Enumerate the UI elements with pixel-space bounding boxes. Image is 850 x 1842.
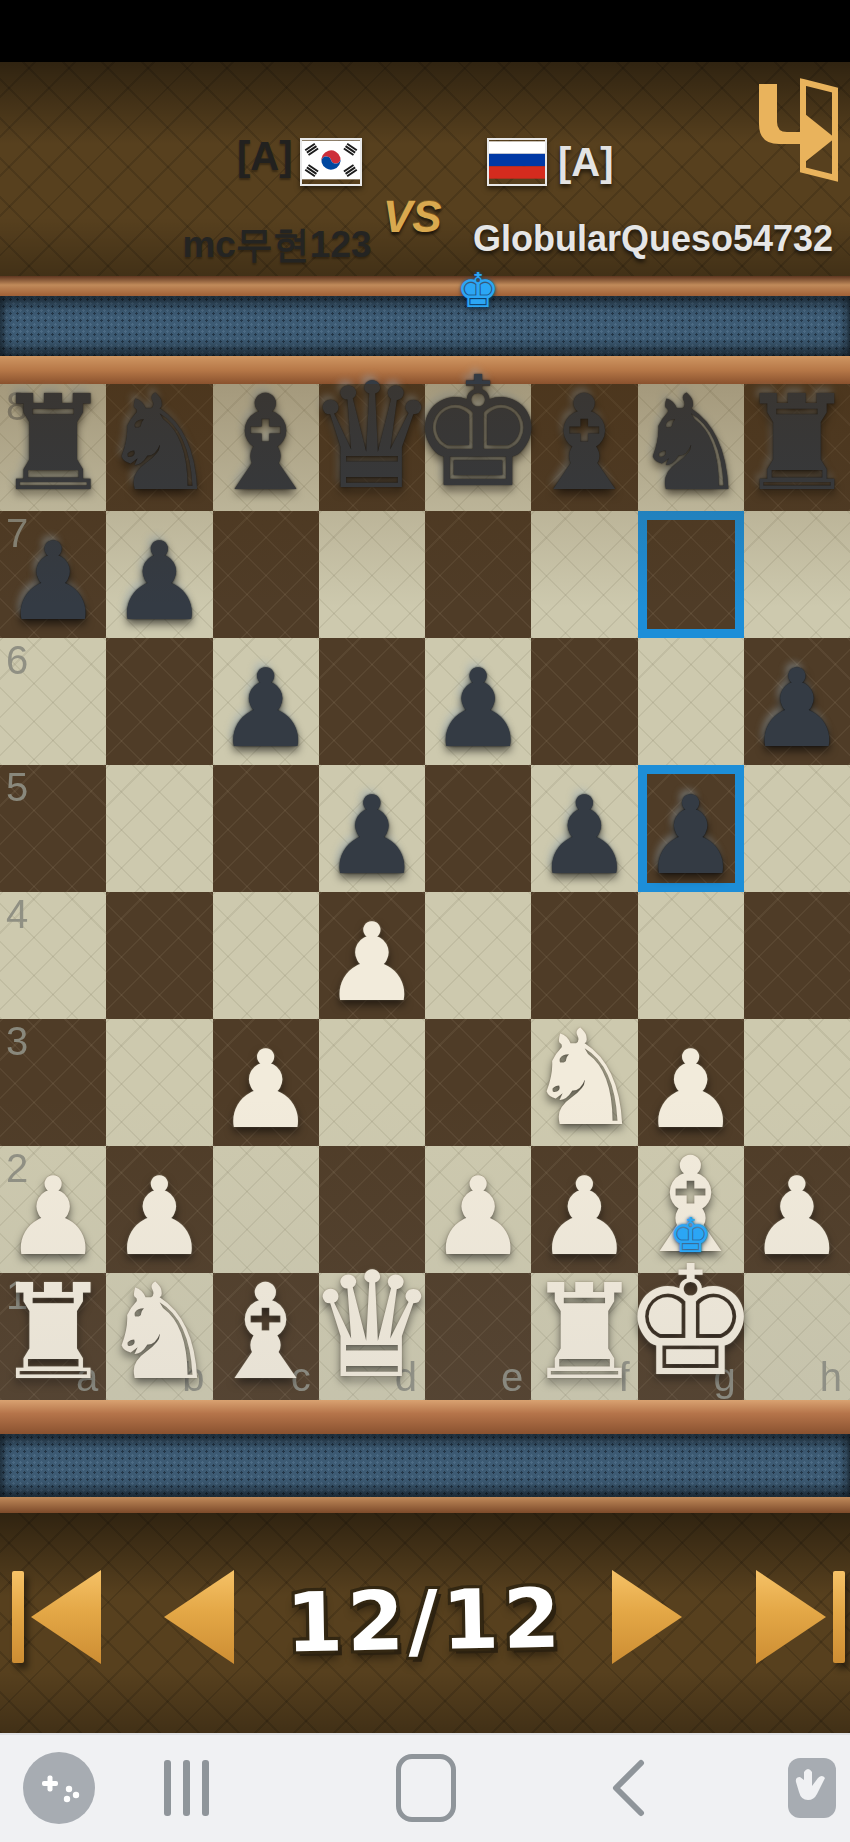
black-pawn[interactable]: ♟ <box>642 782 739 890</box>
white-pawn[interactable]: ♟ <box>748 1163 845 1271</box>
file-label-e: e <box>501 1355 523 1400</box>
white-king[interactable]: ♚ <box>622 1246 758 1398</box>
square-c2[interactable] <box>213 1146 319 1273</box>
wood-frame-top <box>0 276 850 296</box>
black-pawn[interactable]: ♟ <box>430 655 527 763</box>
black-rook[interactable]: ♜ <box>738 377 850 509</box>
last-move-button[interactable] <box>756 1570 845 1664</box>
left-player-name: mc무현123 <box>127 220 427 270</box>
move-counter: 12/12 <box>0 1566 850 1676</box>
square-h7[interactable] <box>744 511 850 638</box>
square-g8[interactable]: ♞ <box>638 384 744 511</box>
back-icon[interactable] <box>608 1733 648 1842</box>
square-c1[interactable]: c♝ <box>213 1273 319 1400</box>
king-marker-e8: ♚ <box>457 266 500 314</box>
square-g4[interactable] <box>638 892 744 1019</box>
square-b4[interactable] <box>106 892 212 1019</box>
square-c5[interactable] <box>213 765 319 892</box>
square-g5[interactable]: ♟ <box>638 765 744 892</box>
square-a8[interactable]: 8♜ <box>0 384 106 511</box>
russia-flag-icon <box>487 138 547 186</box>
wood-frame-bottom <box>0 1497 850 1513</box>
last-move-triangle-icon <box>756 1570 826 1664</box>
rank-label-3: 3 <box>6 1019 28 1064</box>
rank-label-6: 6 <box>6 638 28 683</box>
black-bishop[interactable]: ♝ <box>525 377 643 509</box>
square-f6[interactable] <box>531 638 637 765</box>
rank-label-5: 5 <box>6 765 28 810</box>
left-player-tag: [A] <box>237 134 293 179</box>
square-e2[interactable]: ♟ <box>425 1146 531 1273</box>
right-player-name: GlobularQueso54732 <box>473 218 833 260</box>
square-a5[interactable]: 5 <box>0 765 106 892</box>
square-b3[interactable] <box>106 1019 212 1146</box>
white-queen[interactable]: ♛ <box>306 1252 437 1398</box>
black-knight[interactable]: ♞ <box>100 377 218 509</box>
white-pawn[interactable]: ♟ <box>323 909 420 1017</box>
black-pawn[interactable]: ♟ <box>217 655 314 763</box>
square-d1[interactable]: d♛ <box>319 1273 425 1400</box>
square-e6[interactable]: ♟ <box>425 638 531 765</box>
square-f7[interactable] <box>531 511 637 638</box>
square-b5[interactable] <box>106 765 212 892</box>
square-e1[interactable]: e <box>425 1273 531 1400</box>
black-pawn[interactable]: ♟ <box>323 782 420 890</box>
chess-board[interactable]: 8♜♞♝♛♚♝♞♜7♟♟6♟♟♟5♟♟♟4♟3♟♞♟2♟♟♟♟♝♟1a♜b♞c♝… <box>0 384 850 1400</box>
rank-label-4: 4 <box>6 892 28 937</box>
square-h1[interactable]: h <box>744 1273 850 1400</box>
square-d7[interactable] <box>319 511 425 638</box>
white-pawn[interactable]: ♟ <box>217 1036 314 1144</box>
black-pawn[interactable]: ♟ <box>536 782 633 890</box>
black-pawn[interactable]: ♟ <box>748 655 845 763</box>
match-header: [A] mc무현123 VS <box>0 62 850 278</box>
exit-icon[interactable] <box>751 78 839 184</box>
white-knight[interactable]: ♞ <box>100 1266 218 1398</box>
square-a7[interactable]: 7♟ <box>0 511 106 638</box>
square-f8[interactable]: ♝ <box>531 384 637 511</box>
square-h8[interactable]: ♜ <box>744 384 850 511</box>
white-knight[interactable]: ♞ <box>525 1012 643 1144</box>
black-rook[interactable]: ♜ <box>0 377 112 509</box>
square-e5[interactable] <box>425 765 531 892</box>
square-c8[interactable]: ♝ <box>213 384 319 511</box>
system-navbar <box>0 1733 850 1842</box>
last-move-bar <box>833 1571 845 1663</box>
square-g1[interactable]: g♚ <box>638 1273 744 1400</box>
next-move-button[interactable] <box>612 1570 682 1664</box>
square-a1[interactable]: 1a♜ <box>0 1273 106 1400</box>
square-e7[interactable] <box>425 511 531 638</box>
black-knight[interactable]: ♞ <box>631 377 749 509</box>
next-move-triangle-icon <box>612 1570 682 1664</box>
square-b2[interactable]: ♟ <box>106 1146 212 1273</box>
square-d3[interactable] <box>319 1019 425 1146</box>
square-d6[interactable] <box>319 638 425 765</box>
black-pawn[interactable]: ♟ <box>5 528 102 636</box>
file-label-h: h <box>820 1355 842 1400</box>
square-f3[interactable]: ♞ <box>531 1019 637 1146</box>
chess-app-screen: [A] mc무현123 VS <box>0 0 850 1842</box>
square-a3[interactable]: 3 <box>0 1019 106 1146</box>
denim-strip-bottom <box>0 1434 850 1497</box>
king-marker-g1: ♚ <box>669 1211 712 1259</box>
square-f4[interactable] <box>531 892 637 1019</box>
square-b8[interactable]: ♞ <box>106 384 212 511</box>
white-pawn[interactable]: ♟ <box>430 1163 527 1271</box>
korea-flag-icon <box>300 138 362 186</box>
square-c3[interactable]: ♟ <box>213 1019 319 1146</box>
black-pawn[interactable]: ♟ <box>111 528 208 636</box>
square-h4[interactable] <box>744 892 850 1019</box>
square-a6[interactable]: 6 <box>0 638 106 765</box>
palm-gesture-icon[interactable] <box>786 1733 838 1842</box>
square-h2[interactable]: ♟ <box>744 1146 850 1273</box>
square-h6[interactable]: ♟ <box>744 638 850 765</box>
square-b6[interactable] <box>106 638 212 765</box>
status-bar <box>0 0 850 62</box>
square-b1[interactable]: b♞ <box>106 1273 212 1400</box>
square-c6[interactable]: ♟ <box>213 638 319 765</box>
square-g3[interactable]: ♟ <box>638 1019 744 1146</box>
square-d4[interactable]: ♟ <box>319 892 425 1019</box>
square-g6[interactable] <box>638 638 744 765</box>
square-e8[interactable]: ♚ <box>425 384 531 511</box>
square-h3[interactable] <box>744 1019 850 1146</box>
right-player-tag: [A] <box>558 140 614 185</box>
square-e3[interactable] <box>425 1019 531 1146</box>
square-f5[interactable]: ♟ <box>531 765 637 892</box>
square-a2[interactable]: 2♟ <box>0 1146 106 1273</box>
white-rook[interactable]: ♜ <box>0 1266 112 1398</box>
square-a4[interactable]: 4 <box>0 892 106 1019</box>
square-g7[interactable] <box>638 511 744 638</box>
recents-icon[interactable] <box>164 1733 209 1842</box>
square-e4[interactable] <box>425 892 531 1019</box>
square-h5[interactable] <box>744 765 850 892</box>
home-icon[interactable] <box>396 1733 456 1842</box>
square-c7[interactable] <box>213 511 319 638</box>
square-d5[interactable]: ♟ <box>319 765 425 892</box>
game-launcher-icon[interactable] <box>22 1733 96 1842</box>
square-c4[interactable] <box>213 892 319 1019</box>
replay-controls: 12/12 <box>0 1513 850 1733</box>
square-b7[interactable]: ♟ <box>106 511 212 638</box>
vs-label: VS <box>383 192 442 242</box>
